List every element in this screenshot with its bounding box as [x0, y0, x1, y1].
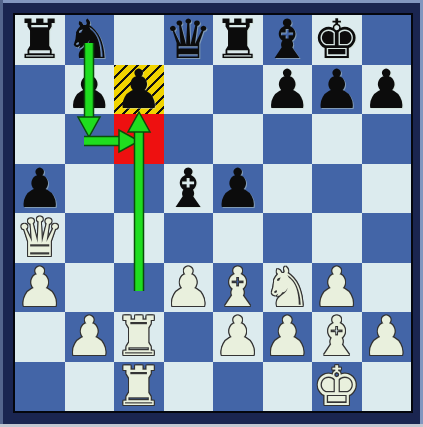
- piece-black-pawn-h7[interactable]: ♟: [362, 65, 410, 115]
- square-d8[interactable]: ♛: [164, 15, 214, 65]
- square-e1[interactable]: [213, 362, 263, 412]
- square-f1[interactable]: [263, 362, 313, 412]
- square-e7[interactable]: [213, 65, 263, 115]
- square-g1[interactable]: ♚: [312, 362, 362, 412]
- square-h7[interactable]: ♟: [362, 65, 412, 115]
- square-h5[interactable]: [362, 164, 412, 214]
- square-c4[interactable]: [114, 213, 164, 263]
- square-a7[interactable]: [15, 65, 65, 115]
- square-e8[interactable]: ♜: [213, 15, 263, 65]
- piece-white-pawn-e2[interactable]: ♟: [214, 312, 262, 362]
- piece-black-bishop-d5[interactable]: ♝: [164, 164, 212, 214]
- piece-black-queen-d8[interactable]: ♛: [164, 15, 212, 65]
- square-h6[interactable]: [362, 114, 412, 164]
- piece-white-pawn-d3[interactable]: ♟: [164, 263, 212, 313]
- piece-black-pawn-f7[interactable]: ♟: [263, 65, 311, 115]
- square-f6[interactable]: [263, 114, 313, 164]
- chess-board[interactable]: ♜♞♛♜♝♚♟♟♟♟♟♟♝♟♛♟♟♝♞♟♟♜♟♟♝♟♜♚: [13, 13, 413, 413]
- piece-black-pawn-e5[interactable]: ♟: [214, 164, 262, 214]
- square-c7-highlight-hatched[interactable]: ♟: [114, 65, 164, 115]
- window-edge-top: [0, 0, 423, 3]
- square-d2[interactable]: [164, 312, 214, 362]
- square-g6[interactable]: [312, 114, 362, 164]
- window-edge-left: [0, 0, 3, 427]
- square-g5[interactable]: [312, 164, 362, 214]
- piece-white-rook-c1[interactable]: ♜: [115, 362, 163, 412]
- square-a2[interactable]: [15, 312, 65, 362]
- piece-white-pawn-b2[interactable]: ♟: [65, 312, 113, 362]
- piece-white-pawn-f2[interactable]: ♟: [263, 312, 311, 362]
- piece-black-pawn-b7[interactable]: ♟: [65, 65, 113, 115]
- square-h4[interactable]: [362, 213, 412, 263]
- square-c5[interactable]: [114, 164, 164, 214]
- piece-white-king-g1[interactable]: ♚: [313, 362, 361, 412]
- square-d7[interactable]: [164, 65, 214, 115]
- square-h2[interactable]: ♟: [362, 312, 412, 362]
- square-e5[interactable]: ♟: [213, 164, 263, 214]
- square-e2[interactable]: ♟: [213, 312, 263, 362]
- square-d1[interactable]: [164, 362, 214, 412]
- square-c1[interactable]: ♜: [114, 362, 164, 412]
- square-a8[interactable]: ♜: [15, 15, 65, 65]
- piece-black-rook-e8[interactable]: ♜: [214, 15, 262, 65]
- square-d3[interactable]: ♟: [164, 263, 214, 313]
- square-b6[interactable]: [65, 114, 115, 164]
- piece-black-pawn-g7[interactable]: ♟: [313, 65, 361, 115]
- square-c6-highlight-solid[interactable]: [114, 114, 164, 164]
- board-grid: ♜♞♛♜♝♚♟♟♟♟♟♟♝♟♛♟♟♝♞♟♟♜♟♟♝♟♜♚: [15, 15, 411, 411]
- square-f7[interactable]: ♟: [263, 65, 313, 115]
- piece-black-pawn-c7[interactable]: ♟: [115, 65, 163, 115]
- square-d5[interactable]: ♝: [164, 164, 214, 214]
- square-f2[interactable]: ♟: [263, 312, 313, 362]
- square-f5[interactable]: [263, 164, 313, 214]
- square-b7[interactable]: ♟: [65, 65, 115, 115]
- piece-black-rook-a8[interactable]: ♜: [16, 15, 64, 65]
- square-a1[interactable]: [15, 362, 65, 412]
- square-a3[interactable]: ♟: [15, 263, 65, 313]
- square-h1[interactable]: [362, 362, 412, 412]
- piece-white-pawn-a3[interactable]: ♟: [16, 263, 64, 313]
- square-g7[interactable]: ♟: [312, 65, 362, 115]
- square-b1[interactable]: [65, 362, 115, 412]
- square-b2[interactable]: ♟: [65, 312, 115, 362]
- chess-board-window: ♜♞♛♜♝♚♟♟♟♟♟♟♝♟♛♟♟♝♞♟♟♜♟♟♝♟♜♚: [0, 0, 423, 427]
- square-b5[interactable]: [65, 164, 115, 214]
- square-b4[interactable]: [65, 213, 115, 263]
- piece-white-pawn-h2[interactable]: ♟: [362, 312, 410, 362]
